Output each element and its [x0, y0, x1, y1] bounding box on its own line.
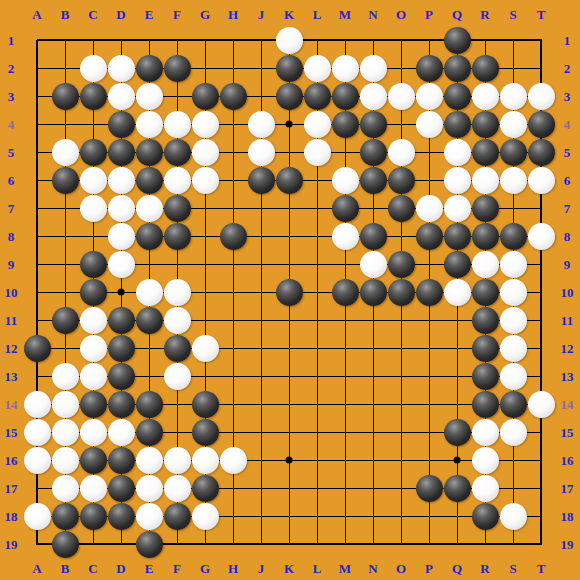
intersection-L2[interactable] [303, 54, 331, 82]
intersection-N5[interactable] [359, 138, 387, 166]
intersection-P7[interactable] [415, 194, 443, 222]
intersection-J3[interactable] [247, 82, 275, 110]
intersection-D19[interactable] [107, 530, 135, 558]
intersection-E17[interactable] [135, 474, 163, 502]
intersection-A17[interactable] [23, 474, 51, 502]
intersection-T16[interactable] [527, 446, 555, 474]
intersection-J18[interactable] [247, 502, 275, 530]
intersection-M15[interactable] [331, 418, 359, 446]
intersection-M18[interactable] [331, 502, 359, 530]
intersection-S2[interactable] [499, 54, 527, 82]
intersection-R5[interactable] [471, 138, 499, 166]
intersection-T19[interactable] [527, 530, 555, 558]
intersection-R16[interactable] [471, 446, 499, 474]
intersection-D15[interactable] [107, 418, 135, 446]
intersection-R9[interactable] [471, 250, 499, 278]
intersection-O5[interactable] [387, 138, 415, 166]
intersection-J12[interactable] [247, 334, 275, 362]
intersection-L15[interactable] [303, 418, 331, 446]
intersection-Q2[interactable] [443, 54, 471, 82]
intersection-B13[interactable] [51, 362, 79, 390]
intersection-G8[interactable] [191, 222, 219, 250]
intersection-J9[interactable] [247, 250, 275, 278]
intersection-H8[interactable] [219, 222, 247, 250]
intersection-P14[interactable] [415, 390, 443, 418]
intersection-K11[interactable] [275, 306, 303, 334]
intersection-Q12[interactable] [443, 334, 471, 362]
intersection-J17[interactable] [247, 474, 275, 502]
intersection-A19[interactable] [23, 530, 51, 558]
intersection-B3[interactable] [51, 82, 79, 110]
intersection-F15[interactable] [163, 418, 191, 446]
intersection-C11[interactable] [79, 306, 107, 334]
intersection-S6[interactable] [499, 166, 527, 194]
intersection-T17[interactable] [527, 474, 555, 502]
intersection-E16[interactable] [135, 446, 163, 474]
intersection-J7[interactable] [247, 194, 275, 222]
intersection-L9[interactable] [303, 250, 331, 278]
intersection-D13[interactable] [107, 362, 135, 390]
intersection-S19[interactable] [499, 530, 527, 558]
intersection-N19[interactable] [359, 530, 387, 558]
intersection-P19[interactable] [415, 530, 443, 558]
intersection-A6[interactable] [23, 166, 51, 194]
intersection-N1[interactable] [359, 26, 387, 54]
intersection-D7[interactable] [107, 194, 135, 222]
intersection-E8[interactable] [135, 222, 163, 250]
intersection-N9[interactable] [359, 250, 387, 278]
intersection-J8[interactable] [247, 222, 275, 250]
intersection-R15[interactable] [471, 418, 499, 446]
intersection-T14[interactable] [527, 390, 555, 418]
intersection-J2[interactable] [247, 54, 275, 82]
intersection-T1[interactable] [527, 26, 555, 54]
intersection-R6[interactable] [471, 166, 499, 194]
intersection-G2[interactable] [191, 54, 219, 82]
intersection-C15[interactable] [79, 418, 107, 446]
intersection-G17[interactable] [191, 474, 219, 502]
intersection-D5[interactable] [107, 138, 135, 166]
intersection-O9[interactable] [387, 250, 415, 278]
intersection-J6[interactable] [247, 166, 275, 194]
intersection-E19[interactable] [135, 530, 163, 558]
intersection-O17[interactable] [387, 474, 415, 502]
intersection-T15[interactable] [527, 418, 555, 446]
intersection-A2[interactable] [23, 54, 51, 82]
intersection-D18[interactable] [107, 502, 135, 530]
intersection-R18[interactable] [471, 502, 499, 530]
intersection-O18[interactable] [387, 502, 415, 530]
intersection-L7[interactable] [303, 194, 331, 222]
intersection-J19[interactable] [247, 530, 275, 558]
intersection-M7[interactable] [331, 194, 359, 222]
intersection-S11[interactable] [499, 306, 527, 334]
intersection-C4[interactable] [79, 110, 107, 138]
intersection-M17[interactable] [331, 474, 359, 502]
intersection-P1[interactable] [415, 26, 443, 54]
intersection-G12[interactable] [191, 334, 219, 362]
intersection-T11[interactable] [527, 306, 555, 334]
intersection-S9[interactable] [499, 250, 527, 278]
intersection-E5[interactable] [135, 138, 163, 166]
intersection-K4[interactable] [275, 110, 303, 138]
intersection-H17[interactable] [219, 474, 247, 502]
intersection-B11[interactable] [51, 306, 79, 334]
intersection-L5[interactable] [303, 138, 331, 166]
intersection-F4[interactable] [163, 110, 191, 138]
intersection-O16[interactable] [387, 446, 415, 474]
intersection-L14[interactable] [303, 390, 331, 418]
intersection-C2[interactable] [79, 54, 107, 82]
intersection-M3[interactable] [331, 82, 359, 110]
intersection-K14[interactable] [275, 390, 303, 418]
intersection-S1[interactable] [499, 26, 527, 54]
intersection-F5[interactable] [163, 138, 191, 166]
intersection-D6[interactable] [107, 166, 135, 194]
intersection-H18[interactable] [219, 502, 247, 530]
intersection-F8[interactable] [163, 222, 191, 250]
intersection-H2[interactable] [219, 54, 247, 82]
intersection-Q11[interactable] [443, 306, 471, 334]
intersection-K5[interactable] [275, 138, 303, 166]
intersection-D11[interactable] [107, 306, 135, 334]
intersection-O1[interactable] [387, 26, 415, 54]
intersection-H11[interactable] [219, 306, 247, 334]
intersection-L12[interactable] [303, 334, 331, 362]
intersection-N4[interactable] [359, 110, 387, 138]
intersection-Q13[interactable] [443, 362, 471, 390]
intersection-K10[interactable] [275, 278, 303, 306]
intersection-D9[interactable] [107, 250, 135, 278]
intersection-G5[interactable] [191, 138, 219, 166]
intersection-J14[interactable] [247, 390, 275, 418]
intersection-G6[interactable] [191, 166, 219, 194]
intersection-K7[interactable] [275, 194, 303, 222]
intersection-O14[interactable] [387, 390, 415, 418]
intersection-R14[interactable] [471, 390, 499, 418]
intersection-N3[interactable] [359, 82, 387, 110]
intersection-E9[interactable] [135, 250, 163, 278]
intersection-C12[interactable] [79, 334, 107, 362]
intersection-E7[interactable] [135, 194, 163, 222]
intersection-D2[interactable] [107, 54, 135, 82]
intersection-F14[interactable] [163, 390, 191, 418]
intersection-B9[interactable] [51, 250, 79, 278]
intersection-H5[interactable] [219, 138, 247, 166]
intersection-A12[interactable] [23, 334, 51, 362]
intersection-Q19[interactable] [443, 530, 471, 558]
intersection-Q4[interactable] [443, 110, 471, 138]
intersection-L11[interactable] [303, 306, 331, 334]
intersection-O11[interactable] [387, 306, 415, 334]
intersection-P9[interactable] [415, 250, 443, 278]
intersection-M14[interactable] [331, 390, 359, 418]
intersection-S12[interactable] [499, 334, 527, 362]
intersection-G14[interactable] [191, 390, 219, 418]
intersection-H3[interactable] [219, 82, 247, 110]
intersection-Q1[interactable] [443, 26, 471, 54]
intersection-A4[interactable] [23, 110, 51, 138]
intersection-Q18[interactable] [443, 502, 471, 530]
intersection-P2[interactable] [415, 54, 443, 82]
intersection-O2[interactable] [387, 54, 415, 82]
intersection-A1[interactable] [23, 26, 51, 54]
intersection-D10[interactable] [107, 278, 135, 306]
intersection-N8[interactable] [359, 222, 387, 250]
intersection-Q17[interactable] [443, 474, 471, 502]
intersection-F1[interactable] [163, 26, 191, 54]
intersection-N13[interactable] [359, 362, 387, 390]
intersection-J13[interactable] [247, 362, 275, 390]
intersection-A10[interactable] [23, 278, 51, 306]
intersection-P6[interactable] [415, 166, 443, 194]
intersection-O6[interactable] [387, 166, 415, 194]
intersection-D17[interactable] [107, 474, 135, 502]
intersection-B19[interactable] [51, 530, 79, 558]
intersection-E12[interactable] [135, 334, 163, 362]
intersection-F11[interactable] [163, 306, 191, 334]
intersection-A14[interactable] [23, 390, 51, 418]
intersection-P5[interactable] [415, 138, 443, 166]
intersection-M12[interactable] [331, 334, 359, 362]
intersection-F17[interactable] [163, 474, 191, 502]
intersection-Q7[interactable] [443, 194, 471, 222]
intersection-L8[interactable] [303, 222, 331, 250]
intersection-E4[interactable] [135, 110, 163, 138]
intersection-Q10[interactable] [443, 278, 471, 306]
intersection-A7[interactable] [23, 194, 51, 222]
intersection-Q16[interactable] [443, 446, 471, 474]
intersection-F2[interactable] [163, 54, 191, 82]
intersection-M11[interactable] [331, 306, 359, 334]
intersection-E14[interactable] [135, 390, 163, 418]
intersection-D3[interactable] [107, 82, 135, 110]
intersection-K16[interactable] [275, 446, 303, 474]
intersection-N10[interactable] [359, 278, 387, 306]
intersection-N6[interactable] [359, 166, 387, 194]
intersection-B12[interactable] [51, 334, 79, 362]
intersection-C16[interactable] [79, 446, 107, 474]
intersection-P17[interactable] [415, 474, 443, 502]
intersection-S10[interactable] [499, 278, 527, 306]
intersection-H7[interactable] [219, 194, 247, 222]
intersection-H1[interactable] [219, 26, 247, 54]
intersection-F10[interactable] [163, 278, 191, 306]
intersection-T18[interactable] [527, 502, 555, 530]
intersection-G13[interactable] [191, 362, 219, 390]
intersection-B16[interactable] [51, 446, 79, 474]
intersection-G18[interactable] [191, 502, 219, 530]
intersection-C5[interactable] [79, 138, 107, 166]
intersection-H19[interactable] [219, 530, 247, 558]
intersection-R4[interactable] [471, 110, 499, 138]
intersection-T13[interactable] [527, 362, 555, 390]
intersection-N11[interactable] [359, 306, 387, 334]
intersection-A16[interactable] [23, 446, 51, 474]
intersection-O19[interactable] [387, 530, 415, 558]
intersection-G7[interactable] [191, 194, 219, 222]
intersection-R17[interactable] [471, 474, 499, 502]
intersection-H15[interactable] [219, 418, 247, 446]
intersection-P15[interactable] [415, 418, 443, 446]
intersection-C1[interactable] [79, 26, 107, 54]
intersection-S5[interactable] [499, 138, 527, 166]
intersection-T4[interactable] [527, 110, 555, 138]
intersection-A8[interactable] [23, 222, 51, 250]
intersection-G10[interactable] [191, 278, 219, 306]
intersection-L10[interactable] [303, 278, 331, 306]
intersection-A18[interactable] [23, 502, 51, 530]
intersection-E18[interactable] [135, 502, 163, 530]
intersection-T6[interactable] [527, 166, 555, 194]
intersection-C8[interactable] [79, 222, 107, 250]
intersection-C18[interactable] [79, 502, 107, 530]
intersection-L16[interactable] [303, 446, 331, 474]
go-board[interactable] [23, 26, 555, 558]
intersection-L4[interactable] [303, 110, 331, 138]
intersection-A5[interactable] [23, 138, 51, 166]
intersection-K9[interactable] [275, 250, 303, 278]
intersection-S14[interactable] [499, 390, 527, 418]
intersection-B1[interactable] [51, 26, 79, 54]
intersection-F13[interactable] [163, 362, 191, 390]
intersection-D1[interactable] [107, 26, 135, 54]
intersection-N15[interactable] [359, 418, 387, 446]
intersection-H14[interactable] [219, 390, 247, 418]
intersection-G15[interactable] [191, 418, 219, 446]
intersection-K1[interactable] [275, 26, 303, 54]
intersection-L19[interactable] [303, 530, 331, 558]
intersection-L1[interactable] [303, 26, 331, 54]
intersection-L13[interactable] [303, 362, 331, 390]
intersection-J11[interactable] [247, 306, 275, 334]
intersection-H16[interactable] [219, 446, 247, 474]
intersection-B6[interactable] [51, 166, 79, 194]
intersection-C7[interactable] [79, 194, 107, 222]
intersection-M4[interactable] [331, 110, 359, 138]
intersection-T10[interactable] [527, 278, 555, 306]
intersection-K2[interactable] [275, 54, 303, 82]
intersection-H10[interactable] [219, 278, 247, 306]
intersection-E13[interactable] [135, 362, 163, 390]
intersection-K15[interactable] [275, 418, 303, 446]
intersection-H4[interactable] [219, 110, 247, 138]
intersection-A15[interactable] [23, 418, 51, 446]
intersection-K8[interactable] [275, 222, 303, 250]
intersection-M6[interactable] [331, 166, 359, 194]
intersection-H6[interactable] [219, 166, 247, 194]
intersection-R11[interactable] [471, 306, 499, 334]
intersection-F3[interactable] [163, 82, 191, 110]
intersection-B17[interactable] [51, 474, 79, 502]
intersection-R13[interactable] [471, 362, 499, 390]
intersection-F6[interactable] [163, 166, 191, 194]
intersection-A3[interactable] [23, 82, 51, 110]
intersection-E6[interactable] [135, 166, 163, 194]
intersection-K3[interactable] [275, 82, 303, 110]
intersection-C3[interactable] [79, 82, 107, 110]
intersection-F7[interactable] [163, 194, 191, 222]
intersection-N18[interactable] [359, 502, 387, 530]
intersection-O10[interactable] [387, 278, 415, 306]
intersection-M5[interactable] [331, 138, 359, 166]
intersection-M16[interactable] [331, 446, 359, 474]
intersection-P8[interactable] [415, 222, 443, 250]
intersection-B10[interactable] [51, 278, 79, 306]
intersection-N14[interactable] [359, 390, 387, 418]
intersection-P11[interactable] [415, 306, 443, 334]
intersection-M13[interactable] [331, 362, 359, 390]
intersection-K13[interactable] [275, 362, 303, 390]
intersection-C13[interactable] [79, 362, 107, 390]
intersection-C10[interactable] [79, 278, 107, 306]
intersection-B8[interactable] [51, 222, 79, 250]
intersection-S17[interactable] [499, 474, 527, 502]
intersection-C9[interactable] [79, 250, 107, 278]
intersection-N12[interactable] [359, 334, 387, 362]
intersection-P12[interactable] [415, 334, 443, 362]
intersection-G11[interactable] [191, 306, 219, 334]
intersection-O13[interactable] [387, 362, 415, 390]
intersection-G3[interactable] [191, 82, 219, 110]
intersection-P4[interactable] [415, 110, 443, 138]
intersection-K19[interactable] [275, 530, 303, 558]
intersection-D8[interactable] [107, 222, 135, 250]
intersection-S16[interactable] [499, 446, 527, 474]
intersection-F9[interactable] [163, 250, 191, 278]
intersection-L3[interactable] [303, 82, 331, 110]
intersection-Q3[interactable] [443, 82, 471, 110]
intersection-R8[interactable] [471, 222, 499, 250]
intersection-M9[interactable] [331, 250, 359, 278]
intersection-C14[interactable] [79, 390, 107, 418]
intersection-F16[interactable] [163, 446, 191, 474]
intersection-D16[interactable] [107, 446, 135, 474]
intersection-T8[interactable] [527, 222, 555, 250]
intersection-S18[interactable] [499, 502, 527, 530]
intersection-B7[interactable] [51, 194, 79, 222]
intersection-B4[interactable] [51, 110, 79, 138]
intersection-J5[interactable] [247, 138, 275, 166]
intersection-B15[interactable] [51, 418, 79, 446]
intersection-Q15[interactable] [443, 418, 471, 446]
intersection-J10[interactable] [247, 278, 275, 306]
intersection-R12[interactable] [471, 334, 499, 362]
intersection-E2[interactable] [135, 54, 163, 82]
intersection-R10[interactable] [471, 278, 499, 306]
intersection-B18[interactable] [51, 502, 79, 530]
intersection-M19[interactable] [331, 530, 359, 558]
intersection-P16[interactable] [415, 446, 443, 474]
intersection-T9[interactable] [527, 250, 555, 278]
intersection-M8[interactable] [331, 222, 359, 250]
intersection-O7[interactable] [387, 194, 415, 222]
intersection-G9[interactable] [191, 250, 219, 278]
intersection-J1[interactable] [247, 26, 275, 54]
intersection-B14[interactable] [51, 390, 79, 418]
intersection-K18[interactable] [275, 502, 303, 530]
intersection-D14[interactable] [107, 390, 135, 418]
intersection-E1[interactable] [135, 26, 163, 54]
intersection-F12[interactable] [163, 334, 191, 362]
intersection-Q8[interactable] [443, 222, 471, 250]
intersection-C6[interactable] [79, 166, 107, 194]
intersection-Q6[interactable] [443, 166, 471, 194]
intersection-E11[interactable] [135, 306, 163, 334]
intersection-R7[interactable] [471, 194, 499, 222]
intersection-O15[interactable] [387, 418, 415, 446]
intersection-F18[interactable] [163, 502, 191, 530]
